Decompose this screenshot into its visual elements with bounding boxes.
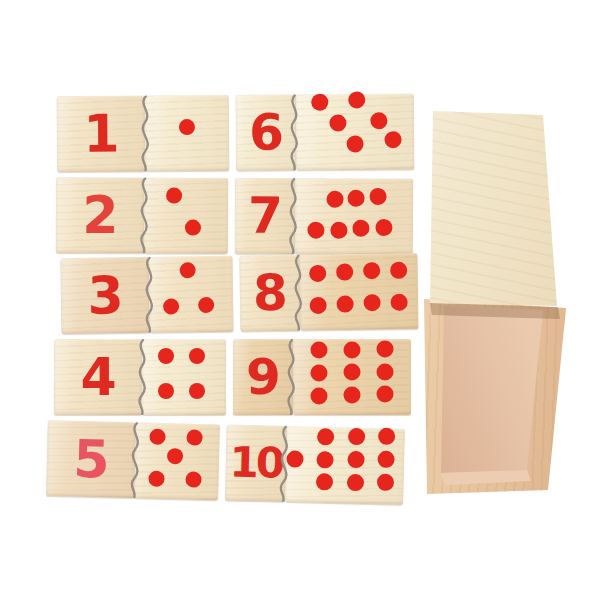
count-dot bbox=[330, 114, 347, 131]
puzzle-stack: 16273849510 bbox=[49, 96, 418, 496]
numeral-label-5: 5 bbox=[73, 433, 109, 486]
count-dot bbox=[189, 383, 205, 399]
count-dot bbox=[167, 448, 183, 464]
count-dot bbox=[148, 471, 164, 487]
puzzle-pair-8: 8 bbox=[239, 253, 418, 331]
puzzle-row-3: 38 bbox=[60, 253, 418, 334]
number-piece-1[interactable]: 1 bbox=[57, 95, 146, 172]
count-dot bbox=[185, 472, 201, 488]
count-dot bbox=[316, 474, 333, 491]
puzzle-row-5: 510 bbox=[46, 420, 419, 505]
count-dot bbox=[347, 136, 364, 153]
count-dot bbox=[384, 131, 401, 148]
count-dot bbox=[377, 363, 394, 380]
count-dot bbox=[348, 428, 365, 445]
dots-piece-4[interactable] bbox=[142, 339, 226, 415]
count-dot bbox=[149, 428, 165, 444]
puzzle-pair-6: 6 bbox=[236, 94, 415, 171]
puzzle-row-4: 49 bbox=[54, 339, 418, 415]
puzzle-pair-5: 5 bbox=[46, 420, 220, 500]
numeral-label-6: 6 bbox=[249, 107, 283, 157]
count-dot bbox=[311, 94, 328, 111]
puzzle-pair-1: 1 bbox=[57, 95, 230, 172]
count-dot bbox=[189, 348, 205, 364]
count-dot bbox=[349, 91, 366, 108]
count-dot bbox=[377, 474, 394, 491]
dots-piece-5[interactable] bbox=[134, 422, 220, 500]
count-dot bbox=[186, 429, 202, 445]
dots-piece-3[interactable] bbox=[148, 256, 233, 333]
dots-piece-1[interactable] bbox=[145, 95, 230, 172]
numeral-label-1: 1 bbox=[83, 108, 119, 160]
count-dot bbox=[369, 188, 386, 205]
count-dot bbox=[336, 264, 353, 281]
count-dot bbox=[370, 112, 387, 129]
count-dot bbox=[158, 348, 174, 364]
dots-piece-6[interactable] bbox=[296, 94, 415, 171]
count-dot bbox=[391, 293, 408, 310]
product-photo-scene: 16273849510 bbox=[0, 0, 600, 600]
count-dot bbox=[163, 299, 179, 315]
count-dot bbox=[344, 387, 361, 404]
count-dot bbox=[348, 190, 365, 207]
number-piece-2[interactable]: 2 bbox=[56, 177, 144, 253]
count-dot bbox=[378, 451, 395, 468]
number-piece-3[interactable]: 3 bbox=[60, 257, 149, 334]
dots-piece-9[interactable] bbox=[293, 339, 411, 415]
dots-piece-2[interactable] bbox=[144, 177, 228, 253]
number-piece-10[interactable]: 10 bbox=[225, 424, 287, 501]
count-dot bbox=[377, 386, 394, 403]
numeral-label-4: 4 bbox=[80, 351, 115, 403]
count-dot bbox=[317, 428, 334, 445]
count-dot bbox=[363, 294, 380, 311]
count-dot bbox=[309, 297, 326, 314]
dots-piece-7[interactable] bbox=[295, 178, 413, 255]
puzzle-pair-2: 2 bbox=[56, 177, 228, 254]
count-dot bbox=[363, 263, 380, 280]
numeral-label-9: 9 bbox=[246, 352, 280, 402]
numeral-label-2: 2 bbox=[82, 189, 117, 241]
count-dot bbox=[390, 261, 407, 278]
dots-piece-8[interactable] bbox=[299, 253, 418, 331]
count-dot bbox=[310, 365, 327, 382]
count-dot bbox=[344, 364, 361, 381]
count-dot bbox=[336, 296, 353, 313]
count-dot bbox=[287, 451, 304, 468]
number-piece-5[interactable]: 5 bbox=[46, 420, 136, 498]
numeral-label-3: 3 bbox=[87, 269, 123, 321]
puzzle-pair-10: 10 bbox=[225, 424, 405, 504]
count-dot bbox=[310, 388, 327, 405]
puzzle-pair-7: 7 bbox=[235, 178, 413, 255]
number-piece-9[interactable]: 9 bbox=[233, 339, 293, 415]
puzzle-pair-4: 4 bbox=[54, 339, 226, 415]
numeral-label-7: 7 bbox=[248, 191, 282, 241]
count-dot bbox=[377, 340, 394, 357]
count-dot bbox=[309, 265, 326, 282]
count-dot bbox=[198, 296, 214, 312]
number-piece-6[interactable]: 6 bbox=[236, 94, 297, 170]
count-dot bbox=[158, 383, 174, 399]
number-piece-4[interactable]: 4 bbox=[54, 339, 142, 415]
dots-piece-10[interactable] bbox=[285, 426, 405, 505]
count-dot bbox=[346, 474, 363, 491]
puzzle-pair-3: 3 bbox=[60, 256, 233, 334]
number-piece-7[interactable]: 7 bbox=[235, 178, 295, 254]
puzzle-row-1: 16 bbox=[57, 93, 419, 172]
count-dot bbox=[344, 341, 361, 358]
count-dot bbox=[352, 220, 369, 237]
puzzle-row-2: 27 bbox=[56, 177, 418, 255]
count-dot bbox=[347, 451, 364, 468]
count-dot bbox=[166, 188, 182, 204]
wooden-storage-box bbox=[410, 98, 600, 508]
count-dot bbox=[310, 342, 327, 359]
count-dot bbox=[327, 191, 344, 208]
count-dot bbox=[179, 119, 195, 135]
count-dot bbox=[375, 219, 392, 236]
count-dot bbox=[185, 220, 201, 236]
number-piece-8[interactable]: 8 bbox=[239, 255, 300, 332]
puzzle-pair-9: 9 bbox=[233, 339, 411, 415]
count-dot bbox=[330, 221, 347, 238]
count-dot bbox=[378, 428, 395, 445]
count-dot bbox=[308, 222, 325, 239]
count-dot bbox=[179, 262, 195, 278]
numeral-label-8: 8 bbox=[253, 268, 287, 318]
numeral-label-10: 10 bbox=[229, 441, 282, 484]
count-dot bbox=[316, 451, 333, 468]
